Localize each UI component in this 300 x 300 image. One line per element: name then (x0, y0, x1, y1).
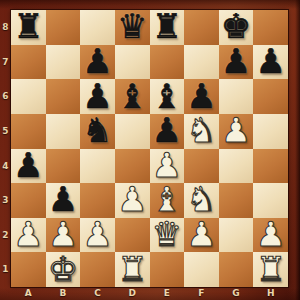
square-e2[interactable]: ♛ (150, 218, 185, 253)
black-pawn-piece-f6: ♟ (186, 79, 216, 113)
black-rook-piece-e8: ♜ (152, 9, 182, 43)
square-b1[interactable]: ♚ (46, 252, 81, 287)
white-knight-piece-f3: ♞ (186, 182, 216, 216)
square-b3[interactable]: ♟ (46, 183, 81, 218)
square-a2[interactable]: ♟ (11, 218, 46, 253)
black-king-piece-g8: ♚ (221, 9, 251, 43)
square-a8[interactable]: ♜ (11, 10, 46, 45)
white-pawn-piece-g5: ♟ (221, 113, 251, 147)
square-c5[interactable]: ♞ (80, 114, 115, 149)
square-b7[interactable] (46, 45, 81, 80)
square-g6[interactable] (219, 79, 254, 114)
file-label-c: C (80, 287, 115, 300)
square-d5[interactable] (115, 114, 150, 149)
square-h8[interactable] (253, 10, 288, 45)
black-pawn-piece-e5: ♟ (152, 113, 182, 147)
file-label-e: E (150, 287, 185, 300)
square-a7[interactable] (11, 45, 46, 80)
square-c6[interactable]: ♟ (80, 79, 115, 114)
square-b4[interactable] (46, 149, 81, 184)
rank-label-6: 6 (0, 79, 11, 114)
square-c2[interactable]: ♟ (80, 218, 115, 253)
rank-label-1: 1 (0, 252, 11, 287)
black-bishop-piece-e6: ♝ (152, 79, 182, 113)
white-rook-piece-h1: ♜ (255, 252, 285, 286)
square-f5[interactable]: ♞ (184, 114, 219, 149)
square-f7[interactable] (184, 45, 219, 80)
square-h6[interactable] (253, 79, 288, 114)
square-a3[interactable] (11, 183, 46, 218)
square-g8[interactable]: ♚ (219, 10, 254, 45)
square-h1[interactable]: ♜ (253, 252, 288, 287)
square-f1[interactable] (184, 252, 219, 287)
square-g1[interactable] (219, 252, 254, 287)
rank-label-3: 3 (0, 183, 11, 218)
white-pawn-piece-b2: ♟ (48, 217, 78, 251)
rank-label-8: 8 (0, 10, 11, 45)
square-h5[interactable] (253, 114, 288, 149)
square-g3[interactable] (219, 183, 254, 218)
square-b5[interactable] (46, 114, 81, 149)
square-f3[interactable]: ♞ (184, 183, 219, 218)
square-g2[interactable] (219, 218, 254, 253)
square-h3[interactable] (253, 183, 288, 218)
square-e8[interactable]: ♜ (150, 10, 185, 45)
square-a1[interactable] (11, 252, 46, 287)
square-d1[interactable]: ♜ (115, 252, 150, 287)
black-knight-piece-c5: ♞ (82, 113, 112, 147)
square-f8[interactable] (184, 10, 219, 45)
white-pawn-piece-e4: ♟ (152, 148, 182, 182)
square-d3[interactable]: ♟ (115, 183, 150, 218)
black-rook-piece-a8: ♜ (13, 9, 43, 43)
square-b6[interactable] (46, 79, 81, 114)
black-pawn-piece-b3: ♟ (48, 182, 78, 216)
square-f6[interactable]: ♟ (184, 79, 219, 114)
square-g4[interactable] (219, 149, 254, 184)
square-c1[interactable] (80, 252, 115, 287)
file-label-h: H (253, 287, 288, 300)
white-pawn-piece-a2: ♟ (13, 217, 43, 251)
square-h7[interactable]: ♟ (253, 45, 288, 80)
file-label-g: G (219, 287, 254, 300)
square-d7[interactable] (115, 45, 150, 80)
white-pawn-piece-f2: ♟ (186, 217, 216, 251)
square-f4[interactable] (184, 149, 219, 184)
square-e1[interactable] (150, 252, 185, 287)
white-pawn-piece-h2: ♟ (255, 217, 285, 251)
file-label-d: D (115, 287, 150, 300)
square-g5[interactable]: ♟ (219, 114, 254, 149)
file-label-b: B (46, 287, 81, 300)
square-d2[interactable] (115, 218, 150, 253)
rank-label-7: 7 (0, 45, 11, 80)
square-h4[interactable] (253, 149, 288, 184)
square-b8[interactable] (46, 10, 81, 45)
white-queen-piece-e2: ♛ (152, 217, 182, 251)
rank-labels: 87654321 (0, 10, 11, 287)
square-d4[interactable] (115, 149, 150, 184)
square-e7[interactable] (150, 45, 185, 80)
white-pawn-piece-d3: ♟ (117, 182, 147, 216)
file-label-a: A (11, 287, 46, 300)
white-pawn-piece-c2: ♟ (82, 217, 112, 251)
square-c3[interactable] (80, 183, 115, 218)
square-e4[interactable]: ♟ (150, 149, 185, 184)
black-pawn-piece-c7: ♟ (82, 44, 112, 78)
rank-label-4: 4 (0, 149, 11, 184)
square-c8[interactable] (80, 10, 115, 45)
square-c4[interactable] (80, 149, 115, 184)
black-pawn-piece-a4: ♟ (13, 148, 43, 182)
white-king-piece-b1: ♚ (48, 252, 78, 286)
square-e5[interactable]: ♟ (150, 114, 185, 149)
white-knight-piece-f5: ♞ (186, 113, 216, 147)
black-pawn-piece-h7: ♟ (255, 44, 285, 78)
file-label-f: F (184, 287, 219, 300)
square-a6[interactable] (11, 79, 46, 114)
square-d8[interactable]: ♛ (115, 10, 150, 45)
file-labels: ABCDEFGH (11, 287, 288, 300)
black-pawn-piece-c6: ♟ (82, 79, 112, 113)
chess-board: ♜♛♜♚♟♟♟♟♝♝♟♞♟♞♟♟♟♟♟♝♞♟♟♟♛♟♟♚♜♜ (11, 10, 288, 287)
square-f2[interactable]: ♟ (184, 218, 219, 253)
black-queen-piece-d8: ♛ (117, 9, 147, 43)
rank-label-2: 2 (0, 218, 11, 253)
square-c7[interactable]: ♟ (80, 45, 115, 80)
square-g7[interactable]: ♟ (219, 45, 254, 80)
white-rook-piece-d1: ♜ (117, 252, 147, 286)
board-frame: 87654321 ♜♛♜♚♟♟♟♟♝♝♟♞♟♞♟♟♟♟♟♝♞♟♟♟♛♟♟♚♜♜ … (0, 0, 300, 300)
black-pawn-piece-g7: ♟ (221, 44, 251, 78)
white-bishop-piece-e3: ♝ (152, 182, 182, 216)
rank-label-5: 5 (0, 114, 11, 149)
square-e6[interactable]: ♝ (150, 79, 185, 114)
square-b2[interactable]: ♟ (46, 218, 81, 253)
square-d6[interactable]: ♝ (115, 79, 150, 114)
square-a5[interactable] (11, 114, 46, 149)
black-bishop-piece-d6: ♝ (117, 79, 147, 113)
square-e3[interactable]: ♝ (150, 183, 185, 218)
square-a4[interactable]: ♟ (11, 149, 46, 184)
square-h2[interactable]: ♟ (253, 218, 288, 253)
